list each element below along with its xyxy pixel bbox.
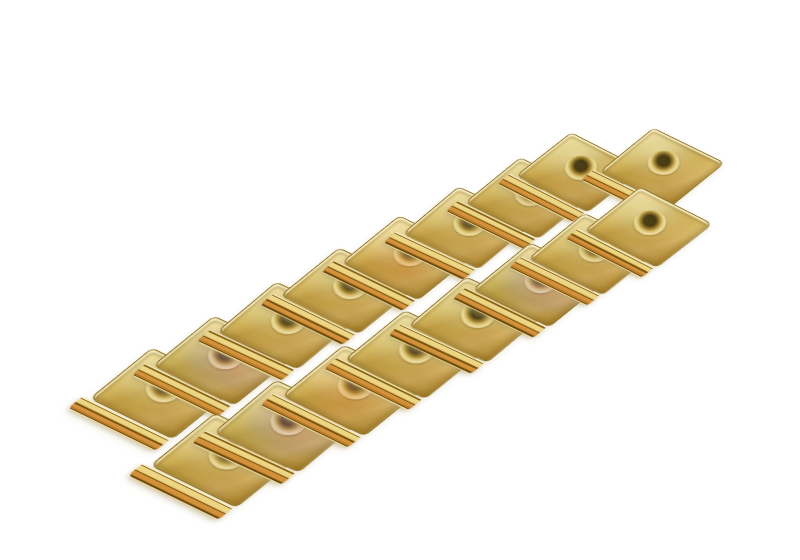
countersunk-screw-hole <box>647 149 680 175</box>
countersunk-screw-hole <box>633 209 667 235</box>
product-photo-canvas <box>0 0 800 560</box>
